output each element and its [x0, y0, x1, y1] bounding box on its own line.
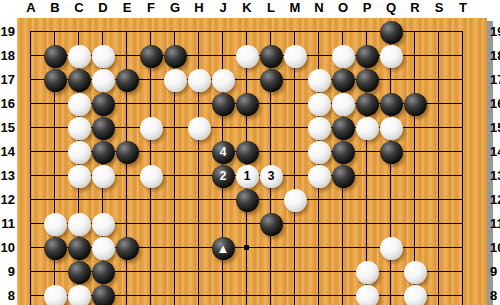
intersection-G16[interactable] [163, 92, 187, 116]
intersection-F9[interactable] [139, 260, 163, 284]
intersection-J9[interactable] [211, 260, 235, 284]
intersection-G15[interactable] [163, 116, 187, 140]
intersection-P12[interactable] [355, 188, 379, 212]
intersection-T9[interactable] [451, 260, 475, 284]
intersection-E18[interactable] [115, 44, 139, 68]
intersection-B14[interactable] [43, 140, 67, 164]
intersection-K18[interactable] [235, 44, 259, 68]
intersection-H13[interactable] [187, 164, 211, 188]
intersection-L10[interactable] [259, 236, 283, 260]
intersection-K11[interactable] [235, 212, 259, 236]
stone-white-N16[interactable] [308, 93, 331, 116]
intersection-F19[interactable] [139, 20, 163, 44]
intersection-H19[interactable] [187, 20, 211, 44]
stone-white-C13[interactable] [68, 165, 91, 188]
intersection-J13[interactable]: 2 [211, 164, 235, 188]
intersection-F18[interactable] [139, 44, 163, 68]
intersection-O11[interactable] [331, 212, 355, 236]
intersection-O18[interactable] [331, 44, 355, 68]
stone-black-L11[interactable] [260, 213, 283, 236]
intersection-F13[interactable] [139, 164, 163, 188]
intersection-H15[interactable] [187, 116, 211, 140]
intersection-F8[interactable] [139, 284, 163, 305]
intersection-L12[interactable] [259, 188, 283, 212]
intersection-C16[interactable] [67, 92, 91, 116]
intersection-P8[interactable] [355, 284, 379, 305]
intersection-T8[interactable] [451, 284, 475, 305]
intersection-P16[interactable] [355, 92, 379, 116]
intersection-D16[interactable] [91, 92, 115, 116]
intersection-R16[interactable] [403, 92, 427, 116]
stone-white-B8[interactable] [44, 285, 67, 305]
stone-white-L13[interactable]: 3 [260, 165, 283, 188]
intersection-B13[interactable] [43, 164, 67, 188]
stone-black-D8[interactable] [92, 285, 115, 305]
intersection-O17[interactable] [331, 68, 355, 92]
intersection-N18[interactable] [307, 44, 331, 68]
intersection-Q9[interactable] [379, 260, 403, 284]
intersection-K9[interactable] [235, 260, 259, 284]
stone-black-B18[interactable] [44, 45, 67, 68]
intersection-Q12[interactable] [379, 188, 403, 212]
intersection-H18[interactable] [187, 44, 211, 68]
intersection-A10[interactable] [19, 236, 43, 260]
stone-white-M12[interactable] [284, 189, 307, 212]
intersection-D14[interactable] [91, 140, 115, 164]
intersection-S18[interactable] [427, 44, 451, 68]
stone-white-K18[interactable] [236, 45, 259, 68]
intersection-R12[interactable] [403, 188, 427, 212]
stone-white-R8[interactable] [404, 285, 427, 305]
stone-white-D17[interactable] [92, 69, 115, 92]
intersection-R14[interactable] [403, 140, 427, 164]
intersection-M8[interactable] [283, 284, 307, 305]
intersection-P15[interactable] [355, 116, 379, 140]
intersection-J14[interactable]: 4 [211, 140, 235, 164]
intersection-H17[interactable] [187, 68, 211, 92]
intersection-A9[interactable] [19, 260, 43, 284]
intersection-T19[interactable] [451, 20, 475, 44]
stone-white-H15[interactable] [188, 117, 211, 140]
intersection-S14[interactable] [427, 140, 451, 164]
intersection-C17[interactable] [67, 68, 91, 92]
intersection-T13[interactable] [451, 164, 475, 188]
intersection-A14[interactable] [19, 140, 43, 164]
stone-white-N15[interactable] [308, 117, 331, 140]
intersection-R8[interactable] [403, 284, 427, 305]
stone-black-E14[interactable] [116, 141, 139, 164]
intersection-E12[interactable] [115, 188, 139, 212]
intersection-R15[interactable] [403, 116, 427, 140]
intersection-B12[interactable] [43, 188, 67, 212]
intersection-L13[interactable]: 3 [259, 164, 283, 188]
intersection-E17[interactable] [115, 68, 139, 92]
intersection-J8[interactable] [211, 284, 235, 305]
intersection-S9[interactable] [427, 260, 451, 284]
intersection-O13[interactable] [331, 164, 355, 188]
intersection-E9[interactable] [115, 260, 139, 284]
intersection-N8[interactable] [307, 284, 331, 305]
intersection-A18[interactable] [19, 44, 43, 68]
intersection-S15[interactable] [427, 116, 451, 140]
intersection-K15[interactable] [235, 116, 259, 140]
intersection-O9[interactable] [331, 260, 355, 284]
stone-black-Q14[interactable] [380, 141, 403, 164]
intersection-H10[interactable] [187, 236, 211, 260]
stone-white-P15[interactable] [356, 117, 379, 140]
intersection-C14[interactable] [67, 140, 91, 164]
intersection-G8[interactable] [163, 284, 187, 305]
stone-white-C18[interactable] [68, 45, 91, 68]
intersection-Q19[interactable] [379, 20, 403, 44]
intersection-A12[interactable] [19, 188, 43, 212]
intersection-K17[interactable] [235, 68, 259, 92]
stone-black-K16[interactable] [236, 93, 259, 116]
intersection-J10[interactable]: ▲ [211, 236, 235, 260]
stone-black-O14[interactable] [332, 141, 355, 164]
stone-black-P17[interactable] [356, 69, 379, 92]
intersection-D10[interactable] [91, 236, 115, 260]
intersection-T12[interactable] [451, 188, 475, 212]
intersection-F11[interactable] [139, 212, 163, 236]
stone-white-C15[interactable] [68, 117, 91, 140]
intersection-H12[interactable] [187, 188, 211, 212]
intersection-O16[interactable] [331, 92, 355, 116]
intersection-C18[interactable] [67, 44, 91, 68]
intersection-D8[interactable] [91, 284, 115, 305]
stone-black-P18[interactable] [356, 45, 379, 68]
intersection-S13[interactable] [427, 164, 451, 188]
stone-white-B11[interactable] [44, 213, 67, 236]
stone-white-D13[interactable] [92, 165, 115, 188]
intersection-L14[interactable] [259, 140, 283, 164]
stone-white-C16[interactable] [68, 93, 91, 116]
intersection-G11[interactable] [163, 212, 187, 236]
intersection-F17[interactable] [139, 68, 163, 92]
intersection-M9[interactable] [283, 260, 307, 284]
intersection-S10[interactable] [427, 236, 451, 260]
intersection-R17[interactable] [403, 68, 427, 92]
intersection-N12[interactable] [307, 188, 331, 212]
stone-black-O13[interactable] [332, 165, 355, 188]
intersection-A15[interactable] [19, 116, 43, 140]
intersection-F10[interactable] [139, 236, 163, 260]
intersection-E10[interactable] [115, 236, 139, 260]
intersection-L15[interactable] [259, 116, 283, 140]
intersection-A19[interactable] [19, 20, 43, 44]
intersection-B9[interactable] [43, 260, 67, 284]
intersection-S16[interactable] [427, 92, 451, 116]
intersection-C9[interactable] [67, 260, 91, 284]
intersection-N9[interactable] [307, 260, 331, 284]
intersection-Q15[interactable] [379, 116, 403, 140]
intersection-D9[interactable] [91, 260, 115, 284]
stone-white-H17[interactable] [188, 69, 211, 92]
intersection-R11[interactable] [403, 212, 427, 236]
intersection-J11[interactable] [211, 212, 235, 236]
stone-black-B10[interactable] [44, 237, 67, 260]
stone-white-O18[interactable] [332, 45, 355, 68]
intersection-C10[interactable] [67, 236, 91, 260]
intersection-B18[interactable] [43, 44, 67, 68]
intersection-G14[interactable] [163, 140, 187, 164]
intersection-D11[interactable] [91, 212, 115, 236]
intersection-R10[interactable] [403, 236, 427, 260]
intersection-D15[interactable] [91, 116, 115, 140]
intersection-O10[interactable] [331, 236, 355, 260]
intersection-G17[interactable] [163, 68, 187, 92]
intersection-Q17[interactable] [379, 68, 403, 92]
intersection-O14[interactable] [331, 140, 355, 164]
intersection-J15[interactable] [211, 116, 235, 140]
stone-black-C9[interactable] [68, 261, 91, 284]
intersection-O19[interactable] [331, 20, 355, 44]
intersection-N15[interactable] [307, 116, 331, 140]
intersection-B8[interactable] [43, 284, 67, 305]
stone-black-E10[interactable] [116, 237, 139, 260]
intersection-S19[interactable] [427, 20, 451, 44]
intersection-A16[interactable] [19, 92, 43, 116]
intersection-O12[interactable] [331, 188, 355, 212]
intersection-H14[interactable] [187, 140, 211, 164]
intersection-A13[interactable] [19, 164, 43, 188]
intersection-J12[interactable] [211, 188, 235, 212]
intersection-N13[interactable] [307, 164, 331, 188]
intersection-L16[interactable] [259, 92, 283, 116]
intersection-E14[interactable] [115, 140, 139, 164]
stone-black-C10[interactable] [68, 237, 91, 260]
intersection-C11[interactable] [67, 212, 91, 236]
intersection-P11[interactable] [355, 212, 379, 236]
intersection-N19[interactable] [307, 20, 331, 44]
stone-black-C17[interactable] [68, 69, 91, 92]
intersection-G10[interactable] [163, 236, 187, 260]
intersection-T15[interactable] [451, 116, 475, 140]
intersection-H9[interactable] [187, 260, 211, 284]
stone-black-L18[interactable] [260, 45, 283, 68]
stone-white-P8[interactable] [356, 285, 379, 305]
stone-white-Q18[interactable] [380, 45, 403, 68]
intersection-M12[interactable] [283, 188, 307, 212]
intersection-T11[interactable] [451, 212, 475, 236]
stone-black-G18[interactable] [164, 45, 187, 68]
stone-white-M18[interactable] [284, 45, 307, 68]
intersection-T14[interactable] [451, 140, 475, 164]
intersection-S12[interactable] [427, 188, 451, 212]
intersection-Q11[interactable] [379, 212, 403, 236]
stone-white-N13[interactable] [308, 165, 331, 188]
intersection-D17[interactable] [91, 68, 115, 92]
intersection-F16[interactable] [139, 92, 163, 116]
intersection-Q13[interactable] [379, 164, 403, 188]
intersection-D18[interactable] [91, 44, 115, 68]
intersection-G12[interactable] [163, 188, 187, 212]
intersection-N10[interactable] [307, 236, 331, 260]
intersection-E13[interactable] [115, 164, 139, 188]
intersection-R13[interactable] [403, 164, 427, 188]
intersection-M19[interactable] [283, 20, 307, 44]
intersection-F15[interactable] [139, 116, 163, 140]
intersection-L9[interactable] [259, 260, 283, 284]
intersection-N17[interactable] [307, 68, 331, 92]
intersection-T17[interactable] [451, 68, 475, 92]
intersection-B19[interactable] [43, 20, 67, 44]
intersection-F14[interactable] [139, 140, 163, 164]
intersection-A11[interactable] [19, 212, 43, 236]
intersection-D13[interactable] [91, 164, 115, 188]
stone-black-O15[interactable] [332, 117, 355, 140]
stone-black-K14[interactable] [236, 141, 259, 164]
stone-black-F18[interactable] [140, 45, 163, 68]
stone-white-J17[interactable] [212, 69, 235, 92]
stone-black-L17[interactable] [260, 69, 283, 92]
intersection-T10[interactable] [451, 236, 475, 260]
stone-black-B17[interactable] [44, 69, 67, 92]
intersection-P19[interactable] [355, 20, 379, 44]
intersection-O15[interactable] [331, 116, 355, 140]
stone-black-O17[interactable] [332, 69, 355, 92]
intersection-K13[interactable]: 1 [235, 164, 259, 188]
intersection-S11[interactable] [427, 212, 451, 236]
intersection-Q18[interactable] [379, 44, 403, 68]
intersection-H16[interactable] [187, 92, 211, 116]
intersection-B11[interactable] [43, 212, 67, 236]
intersection-M18[interactable] [283, 44, 307, 68]
intersection-T16[interactable] [451, 92, 475, 116]
intersection-J19[interactable] [211, 20, 235, 44]
stone-black-K12[interactable] [236, 189, 259, 212]
intersection-L19[interactable] [259, 20, 283, 44]
intersection-K14[interactable] [235, 140, 259, 164]
intersection-K12[interactable] [235, 188, 259, 212]
intersection-N16[interactable] [307, 92, 331, 116]
intersection-T18[interactable] [451, 44, 475, 68]
intersection-K10[interactable] [235, 236, 259, 260]
intersection-C12[interactable] [67, 188, 91, 212]
intersection-K19[interactable] [235, 20, 259, 44]
intersection-Q16[interactable] [379, 92, 403, 116]
stone-white-F15[interactable] [140, 117, 163, 140]
intersection-B16[interactable] [43, 92, 67, 116]
intersection-Q8[interactable] [379, 284, 403, 305]
stone-black-D16[interactable] [92, 93, 115, 116]
intersection-G13[interactable] [163, 164, 187, 188]
intersection-J16[interactable] [211, 92, 235, 116]
stone-white-G17[interactable] [164, 69, 187, 92]
intersection-J17[interactable] [211, 68, 235, 92]
intersection-M17[interactable] [283, 68, 307, 92]
intersection-M16[interactable] [283, 92, 307, 116]
stone-white-C11[interactable] [68, 213, 91, 236]
stone-white-C14[interactable] [68, 141, 91, 164]
intersection-L11[interactable] [259, 212, 283, 236]
stone-white-K13[interactable]: 1 [236, 165, 259, 188]
intersection-C13[interactable] [67, 164, 91, 188]
intersection-L18[interactable] [259, 44, 283, 68]
intersection-E8[interactable] [115, 284, 139, 305]
stone-black-Q19[interactable] [380, 21, 403, 44]
stone-black-J14[interactable]: 4 [212, 141, 235, 164]
stone-black-J13[interactable]: 2 [212, 165, 235, 188]
intersection-Q14[interactable] [379, 140, 403, 164]
stone-black-E17[interactable] [116, 69, 139, 92]
stone-black-Q16[interactable] [380, 93, 403, 116]
stone-black-D14[interactable] [92, 141, 115, 164]
stone-black-R16[interactable] [404, 93, 427, 116]
intersection-D12[interactable] [91, 188, 115, 212]
stone-white-R9[interactable] [404, 261, 427, 284]
intersection-M11[interactable] [283, 212, 307, 236]
intersection-A17[interactable] [19, 68, 43, 92]
intersection-K16[interactable] [235, 92, 259, 116]
intersection-H11[interactable] [187, 212, 211, 236]
intersection-B10[interactable] [43, 236, 67, 260]
intersection-M15[interactable] [283, 116, 307, 140]
intersection-S17[interactable] [427, 68, 451, 92]
intersection-L17[interactable] [259, 68, 283, 92]
intersection-R19[interactable] [403, 20, 427, 44]
intersection-P9[interactable] [355, 260, 379, 284]
stone-white-N17[interactable] [308, 69, 331, 92]
intersection-O8[interactable] [331, 284, 355, 305]
intersection-S8[interactable] [427, 284, 451, 305]
intersection-E16[interactable] [115, 92, 139, 116]
intersection-H8[interactable] [187, 284, 211, 305]
intersection-G18[interactable] [163, 44, 187, 68]
intersection-P17[interactable] [355, 68, 379, 92]
intersection-J18[interactable] [211, 44, 235, 68]
stone-white-Q15[interactable] [380, 117, 403, 140]
intersection-G19[interactable] [163, 20, 187, 44]
intersection-P13[interactable] [355, 164, 379, 188]
stone-white-C8[interactable] [68, 285, 91, 305]
intersection-R18[interactable] [403, 44, 427, 68]
stone-black-J10[interactable]: ▲ [212, 237, 235, 260]
intersection-B15[interactable] [43, 116, 67, 140]
intersection-M14[interactable] [283, 140, 307, 164]
intersection-E11[interactable] [115, 212, 139, 236]
intersection-K8[interactable] [235, 284, 259, 305]
stone-white-F13[interactable] [140, 165, 163, 188]
intersection-L8[interactable] [259, 284, 283, 305]
intersection-C8[interactable] [67, 284, 91, 305]
intersection-M13[interactable] [283, 164, 307, 188]
intersection-E19[interactable] [115, 20, 139, 44]
intersection-N14[interactable] [307, 140, 331, 164]
intersection-G9[interactable] [163, 260, 187, 284]
stone-black-D15[interactable] [92, 117, 115, 140]
stone-white-O16[interactable] [332, 93, 355, 116]
intersection-P18[interactable] [355, 44, 379, 68]
stone-white-D18[interactable] [92, 45, 115, 68]
intersection-A8[interactable] [19, 284, 43, 305]
intersection-B17[interactable] [43, 68, 67, 92]
stone-black-J16[interactable] [212, 93, 235, 116]
intersection-C19[interactable] [67, 20, 91, 44]
intersection-P14[interactable] [355, 140, 379, 164]
stone-white-N14[interactable] [308, 141, 331, 164]
stone-white-P9[interactable] [356, 261, 379, 284]
intersection-E15[interactable] [115, 116, 139, 140]
intersection-N11[interactable] [307, 212, 331, 236]
stone-white-D10[interactable] [92, 237, 115, 260]
intersection-P10[interactable] [355, 236, 379, 260]
intersection-R9[interactable] [403, 260, 427, 284]
stone-black-D9[interactable] [92, 261, 115, 284]
stone-white-Q10[interactable] [380, 237, 403, 260]
intersection-C15[interactable] [67, 116, 91, 140]
stone-black-P16[interactable] [356, 93, 379, 116]
